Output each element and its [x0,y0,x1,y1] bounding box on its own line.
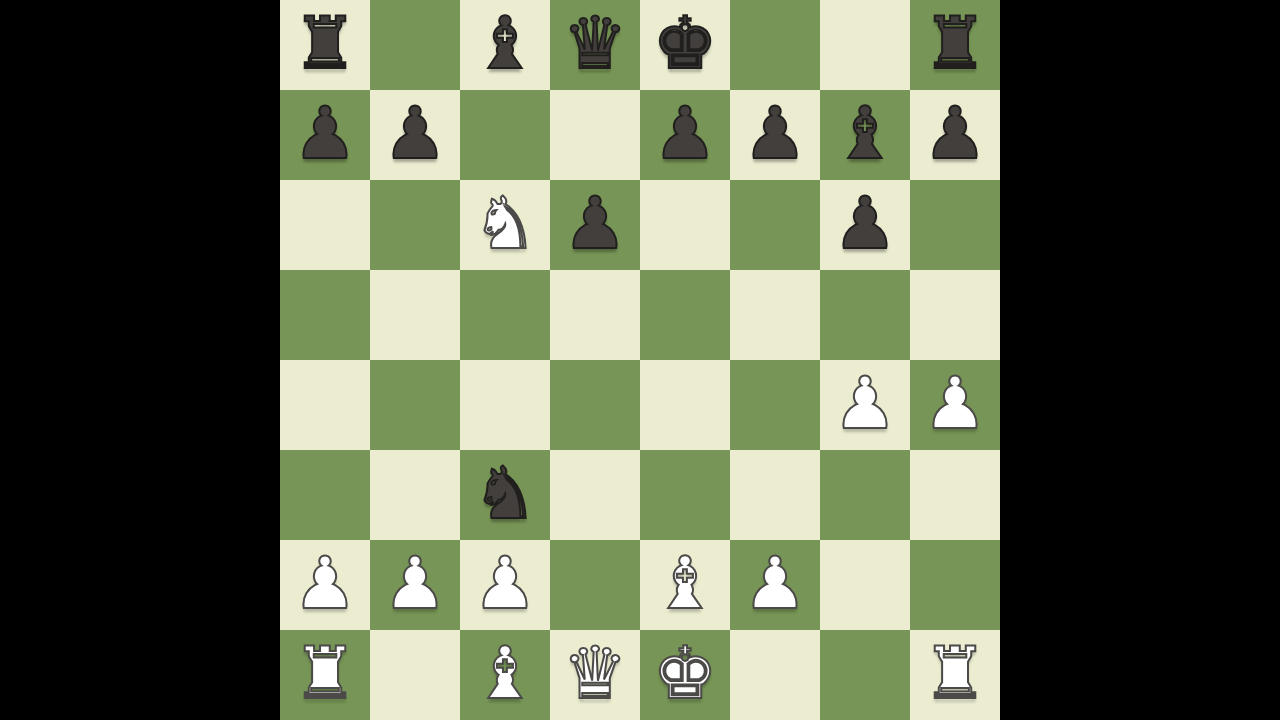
white-pawn-f2-piece[interactable]: ♟ [743,540,808,628]
square-d8[interactable]: ♛ [550,0,640,90]
square-f1[interactable] [730,630,820,720]
square-f5[interactable] [730,270,820,360]
square-b4[interactable] [370,360,460,450]
letterbox-right [1000,0,1280,720]
square-e8[interactable]: ♚ [640,0,730,90]
square-a7[interactable]: ♟ [280,90,370,180]
white-pawn-g4-piece[interactable]: ♟ [833,360,898,448]
square-c6[interactable]: ♞ [460,180,550,270]
square-e2[interactable]: ♝ [640,540,730,630]
black-queen-d8-piece[interactable]: ♛ [563,0,628,88]
square-d7[interactable] [550,90,640,180]
square-d1[interactable]: ♛ [550,630,640,720]
white-pawn-b2-piece[interactable]: ♟ [383,540,448,628]
square-g8[interactable] [820,0,910,90]
white-bishop-e2-piece[interactable]: ♝ [653,540,718,628]
square-b3[interactable] [370,450,460,540]
black-pawn-f7-piece[interactable]: ♟ [743,90,808,178]
white-rook-a1-piece[interactable]: ♜ [293,630,358,718]
square-f6[interactable] [730,180,820,270]
square-f8[interactable] [730,0,820,90]
square-h8[interactable]: ♜ [910,0,1000,90]
video-frame: ♜♝♛♚♜♟♟♟♟♝♟♞♟♟♟♟♞♟♟♟♝♟♜♝♛♚♜ [0,0,1280,720]
white-pawn-a2-piece[interactable]: ♟ [293,540,358,628]
black-pawn-g6-piece[interactable]: ♟ [833,180,898,268]
square-d4[interactable] [550,360,640,450]
square-b6[interactable] [370,180,460,270]
square-c5[interactable] [460,270,550,360]
square-f3[interactable] [730,450,820,540]
letterbox-left [0,0,280,720]
square-a1[interactable]: ♜ [280,630,370,720]
square-g6[interactable]: ♟ [820,180,910,270]
square-e6[interactable] [640,180,730,270]
square-h3[interactable] [910,450,1000,540]
square-h7[interactable]: ♟ [910,90,1000,180]
square-g5[interactable] [820,270,910,360]
white-pawn-h4-piece[interactable]: ♟ [923,360,988,448]
square-h1[interactable]: ♜ [910,630,1000,720]
chess-board: ♜♝♛♚♜♟♟♟♟♝♟♞♟♟♟♟♞♟♟♟♝♟♜♝♛♚♜ [280,0,1000,720]
square-b8[interactable] [370,0,460,90]
square-e3[interactable] [640,450,730,540]
square-a4[interactable] [280,360,370,450]
square-e1[interactable]: ♚ [640,630,730,720]
square-c7[interactable] [460,90,550,180]
square-d6[interactable]: ♟ [550,180,640,270]
square-a3[interactable] [280,450,370,540]
white-pawn-c2-piece[interactable]: ♟ [473,540,538,628]
black-pawn-h7-piece[interactable]: ♟ [923,90,988,178]
square-c1[interactable]: ♝ [460,630,550,720]
square-a8[interactable]: ♜ [280,0,370,90]
square-h4[interactable]: ♟ [910,360,1000,450]
black-rook-a8-piece[interactable]: ♜ [293,0,358,88]
square-d5[interactable] [550,270,640,360]
square-b5[interactable] [370,270,460,360]
black-pawn-d6-piece[interactable]: ♟ [563,180,628,268]
square-d2[interactable] [550,540,640,630]
white-rook-h1-piece[interactable]: ♜ [923,630,988,718]
square-b7[interactable]: ♟ [370,90,460,180]
square-h6[interactable] [910,180,1000,270]
square-e7[interactable]: ♟ [640,90,730,180]
black-pawn-e7-piece[interactable]: ♟ [653,90,718,178]
square-f4[interactable] [730,360,820,450]
black-rook-h8-piece[interactable]: ♜ [923,0,988,88]
square-h2[interactable] [910,540,1000,630]
square-c3[interactable]: ♞ [460,450,550,540]
square-g3[interactable] [820,450,910,540]
square-a6[interactable] [280,180,370,270]
square-c8[interactable]: ♝ [460,0,550,90]
square-d3[interactable] [550,450,640,540]
square-b2[interactable]: ♟ [370,540,460,630]
white-queen-d1-piece[interactable]: ♛ [563,630,628,718]
square-a5[interactable] [280,270,370,360]
white-king-e1-piece[interactable]: ♚ [653,630,718,718]
square-a2[interactable]: ♟ [280,540,370,630]
square-g7[interactable]: ♝ [820,90,910,180]
square-e4[interactable] [640,360,730,450]
square-c2[interactable]: ♟ [460,540,550,630]
square-f2[interactable]: ♟ [730,540,820,630]
square-e5[interactable] [640,270,730,360]
square-g4[interactable]: ♟ [820,360,910,450]
black-knight-c3-piece[interactable]: ♞ [473,450,538,538]
square-f7[interactable]: ♟ [730,90,820,180]
black-king-e8-piece[interactable]: ♚ [653,0,718,88]
square-h5[interactable] [910,270,1000,360]
black-pawn-a7-piece[interactable]: ♟ [293,90,358,178]
square-g2[interactable] [820,540,910,630]
square-c4[interactable] [460,360,550,450]
white-knight-c6-piece[interactable]: ♞ [473,180,538,268]
square-b1[interactable] [370,630,460,720]
black-pawn-b7-piece[interactable]: ♟ [383,90,448,178]
black-bishop-c8-piece[interactable]: ♝ [473,0,538,88]
white-bishop-c1-piece[interactable]: ♝ [473,630,538,718]
square-g1[interactable] [820,630,910,720]
black-bishop-g7-piece[interactable]: ♝ [833,90,898,178]
